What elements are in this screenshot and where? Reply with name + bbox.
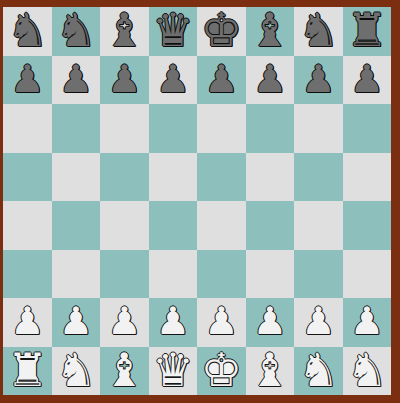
square-g2[interactable]: ♟ (294, 298, 343, 347)
square-h4[interactable] (343, 201, 392, 250)
piece-black-pawn[interactable]: ♟ (204, 60, 238, 98)
square-a6[interactable] (3, 104, 52, 153)
square-a4[interactable] (3, 201, 52, 250)
piece-white-bishop[interactable]: ♝ (104, 347, 145, 393)
piece-black-pawn[interactable]: ♟ (350, 60, 384, 98)
square-g3[interactable] (294, 250, 343, 299)
square-h6[interactable] (343, 104, 392, 153)
piece-black-pawn[interactable]: ♟ (10, 60, 44, 98)
piece-white-bishop[interactable]: ♝ (249, 347, 290, 393)
square-c7[interactable]: ♟ (100, 56, 149, 105)
square-c8[interactable]: ♝ (100, 7, 149, 56)
piece-white-rook[interactable]: ♜ (7, 347, 48, 393)
square-d5[interactable] (149, 153, 198, 202)
square-b2[interactable]: ♟ (52, 298, 101, 347)
square-d6[interactable] (149, 104, 198, 153)
square-f3[interactable] (246, 250, 295, 299)
square-d4[interactable] (149, 201, 198, 250)
square-e8[interactable]: ♚ (197, 7, 246, 56)
square-b8[interactable]: ♞ (52, 7, 101, 56)
square-b7[interactable]: ♟ (52, 56, 101, 105)
piece-black-king[interactable]: ♚ (201, 7, 242, 53)
piece-white-knight[interactable]: ♞ (346, 347, 387, 393)
square-f4[interactable] (246, 201, 295, 250)
square-g1[interactable]: ♞ (294, 347, 343, 396)
square-f6[interactable] (246, 104, 295, 153)
square-c2[interactable]: ♟ (100, 298, 149, 347)
square-h7[interactable]: ♟ (343, 56, 392, 105)
chess-board: ♞♞♝♛♚♝♞♜♟♟♟♟♟♟♟♟♟♟♟♟♟♟♟♟♜♞♝♛♚♝♞♞ (3, 7, 391, 395)
square-h8[interactable]: ♜ (343, 7, 392, 56)
square-d2[interactable]: ♟ (149, 298, 198, 347)
square-f5[interactable] (246, 153, 295, 202)
piece-white-pawn[interactable]: ♟ (107, 302, 141, 340)
square-b5[interactable] (52, 153, 101, 202)
piece-black-rook[interactable]: ♜ (346, 7, 387, 53)
square-g6[interactable] (294, 104, 343, 153)
piece-white-pawn[interactable]: ♟ (156, 302, 190, 340)
square-h1[interactable]: ♞ (343, 347, 392, 396)
square-b6[interactable] (52, 104, 101, 153)
piece-white-knight[interactable]: ♞ (298, 347, 339, 393)
square-c1[interactable]: ♝ (100, 347, 149, 396)
square-d8[interactable]: ♛ (149, 7, 198, 56)
piece-black-pawn[interactable]: ♟ (301, 60, 335, 98)
piece-white-pawn[interactable]: ♟ (204, 302, 238, 340)
square-a7[interactable]: ♟ (3, 56, 52, 105)
square-c5[interactable] (100, 153, 149, 202)
square-f8[interactable]: ♝ (246, 7, 295, 56)
square-d3[interactable] (149, 250, 198, 299)
piece-black-knight[interactable]: ♞ (7, 7, 48, 53)
piece-white-king[interactable]: ♚ (201, 347, 242, 393)
piece-white-queen[interactable]: ♛ (152, 347, 193, 393)
piece-black-bishop[interactable]: ♝ (104, 7, 145, 53)
square-h5[interactable] (343, 153, 392, 202)
piece-white-knight[interactable]: ♞ (55, 347, 96, 393)
square-g5[interactable] (294, 153, 343, 202)
square-a5[interactable] (3, 153, 52, 202)
square-d1[interactable]: ♛ (149, 347, 198, 396)
square-e5[interactable] (197, 153, 246, 202)
square-h3[interactable] (343, 250, 392, 299)
chess-app-window: ♞♞♝♛♚♝♞♜♟♟♟♟♟♟♟♟♟♟♟♟♟♟♟♟♜♞♝♛♚♝♞♞ (0, 0, 400, 403)
square-a1[interactable]: ♜ (3, 347, 52, 396)
square-f1[interactable]: ♝ (246, 347, 295, 396)
piece-black-bishop[interactable]: ♝ (249, 7, 290, 53)
square-a3[interactable] (3, 250, 52, 299)
piece-black-queen[interactable]: ♛ (152, 7, 193, 53)
square-e6[interactable] (197, 104, 246, 153)
square-g4[interactable] (294, 201, 343, 250)
square-g8[interactable]: ♞ (294, 7, 343, 56)
square-c3[interactable] (100, 250, 149, 299)
square-a2[interactable]: ♟ (3, 298, 52, 347)
piece-white-pawn[interactable]: ♟ (253, 302, 287, 340)
square-d7[interactable]: ♟ (149, 56, 198, 105)
piece-black-knight[interactable]: ♞ (298, 7, 339, 53)
piece-white-pawn[interactable]: ♟ (350, 302, 384, 340)
piece-white-pawn[interactable]: ♟ (10, 302, 44, 340)
square-g7[interactable]: ♟ (294, 56, 343, 105)
square-c4[interactable] (100, 201, 149, 250)
square-h2[interactable]: ♟ (343, 298, 392, 347)
square-b1[interactable]: ♞ (52, 347, 101, 396)
square-e7[interactable]: ♟ (197, 56, 246, 105)
square-e3[interactable] (197, 250, 246, 299)
piece-black-pawn[interactable]: ♟ (107, 60, 141, 98)
piece-black-pawn[interactable]: ♟ (253, 60, 287, 98)
square-c6[interactable] (100, 104, 149, 153)
square-e2[interactable]: ♟ (197, 298, 246, 347)
square-e1[interactable]: ♚ (197, 347, 246, 396)
square-a8[interactable]: ♞ (3, 7, 52, 56)
square-b4[interactable] (52, 201, 101, 250)
square-f7[interactable]: ♟ (246, 56, 295, 105)
square-b3[interactable] (52, 250, 101, 299)
piece-white-pawn[interactable]: ♟ (301, 302, 335, 340)
square-e4[interactable] (197, 201, 246, 250)
piece-black-pawn[interactable]: ♟ (59, 60, 93, 98)
piece-black-knight[interactable]: ♞ (55, 7, 96, 53)
piece-black-pawn[interactable]: ♟ (156, 60, 190, 98)
piece-white-pawn[interactable]: ♟ (59, 302, 93, 340)
square-f2[interactable]: ♟ (246, 298, 295, 347)
